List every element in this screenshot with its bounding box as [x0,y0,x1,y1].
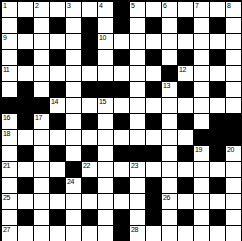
black-cell [18,210,33,225]
clue-number: 5 [131,2,134,10]
white-cell[interactable] [66,226,81,241]
white-cell[interactable] [130,98,145,113]
white-cell[interactable] [162,226,177,241]
white-cell[interactable] [194,194,209,209]
black-cell [82,50,97,65]
white-cell[interactable] [178,34,193,49]
white-cell[interactable]: 26 [162,194,177,209]
white-cell[interactable] [114,162,129,177]
white-cell[interactable] [34,194,49,209]
black-cell [50,178,65,193]
white-cell[interactable] [34,66,49,81]
white-cell[interactable] [130,82,145,97]
white-cell[interactable] [226,50,241,65]
black-cell [114,178,129,193]
white-cell[interactable] [130,130,145,145]
black-cell [114,226,129,241]
white-cell[interactable] [98,146,113,161]
clue-number: 19 [195,146,202,154]
white-cell[interactable] [146,226,161,241]
clue-number: 23 [131,162,138,170]
white-cell[interactable] [146,34,161,49]
white-cell[interactable] [162,114,177,129]
white-cell[interactable]: 22 [82,162,97,177]
white-cell[interactable]: 12 [178,66,193,81]
black-cell [178,50,193,65]
white-cell[interactable] [34,178,49,193]
white-cell[interactable] [82,98,97,113]
white-cell[interactable] [226,18,241,33]
white-cell[interactable] [34,34,49,49]
white-cell[interactable] [194,210,209,225]
clue-number: 12 [179,66,186,74]
clue-number: 4 [99,2,102,10]
white-cell[interactable] [130,18,145,33]
white-cell[interactable] [82,2,97,17]
white-cell[interactable] [18,162,33,177]
white-cell[interactable] [66,34,81,49]
black-cell [114,210,129,225]
black-cell [50,146,65,161]
white-cell[interactable]: 20 [226,146,241,161]
white-cell[interactable] [226,210,241,225]
white-cell[interactable] [130,210,145,225]
white-cell[interactable] [210,2,225,17]
white-cell[interactable] [194,34,209,49]
white-cell[interactable] [162,162,177,177]
white-cell[interactable] [2,82,17,97]
white-cell[interactable] [210,194,225,209]
white-cell[interactable] [50,162,65,177]
white-cell[interactable] [146,2,161,17]
white-cell[interactable] [98,66,113,81]
black-cell [82,146,97,161]
white-cell[interactable] [18,130,33,145]
white-cell[interactable] [34,210,49,225]
white-cell[interactable]: 15 [98,98,113,113]
black-cell [82,82,97,97]
white-cell[interactable] [226,66,241,81]
white-cell[interactable] [98,114,113,129]
clue-number: 11 [3,66,9,74]
white-cell[interactable] [50,34,65,49]
white-cell[interactable] [98,50,113,65]
black-cell [114,50,129,65]
clue-number: 27 [3,226,10,234]
white-cell[interactable]: 19 [194,146,209,161]
white-cell[interactable]: 24 [66,178,81,193]
white-cell[interactable]: 28 [130,226,145,241]
white-cell[interactable] [210,162,225,177]
white-cell[interactable] [18,2,33,17]
white-cell[interactable] [66,194,81,209]
white-cell[interactable] [178,2,193,17]
black-cell [50,18,65,33]
white-cell[interactable] [194,82,209,97]
black-cell [178,146,193,161]
white-cell[interactable]: 17 [34,114,49,129]
white-cell[interactable]: 27 [2,226,17,241]
white-cell[interactable]: 14 [50,98,65,113]
white-cell[interactable] [34,82,49,97]
white-cell[interactable] [130,178,145,193]
black-cell [50,114,65,129]
black-cell [50,50,65,65]
white-cell[interactable] [194,18,209,33]
clue-number: 21 [3,162,10,170]
white-cell[interactable] [210,98,225,113]
white-cell[interactable]: 21 [2,162,17,177]
white-cell[interactable] [50,2,65,17]
white-cell[interactable] [146,66,161,81]
white-cell[interactable]: 3 [66,2,81,17]
white-cell[interactable] [98,178,113,193]
clue-number: 9 [3,34,6,42]
black-cell [82,34,97,49]
white-cell[interactable] [98,162,113,177]
white-cell[interactable] [178,162,193,177]
white-cell[interactable] [194,226,209,241]
white-cell[interactable]: 18 [2,130,17,145]
white-cell[interactable] [210,66,225,81]
white-cell[interactable] [162,210,177,225]
black-cell [146,18,161,33]
clue-number: 25 [3,194,10,202]
white-cell[interactable]: 11 [2,66,17,81]
clue-number: 7 [195,2,198,10]
black-cell [146,50,161,65]
white-cell[interactable] [98,210,113,225]
black-cell [146,178,161,193]
white-cell[interactable] [66,18,81,33]
black-cell [2,98,17,113]
black-cell [210,50,225,65]
black-cell [178,18,193,33]
white-cell[interactable]: 4 [98,2,113,17]
white-cell[interactable] [178,194,193,209]
white-cell[interactable] [146,130,161,145]
clue-number: 24 [67,178,74,186]
clue-number: 6 [163,2,166,10]
black-cell [178,82,193,97]
black-cell [130,146,145,161]
white-cell[interactable] [162,130,177,145]
white-cell[interactable] [130,66,145,81]
white-cell[interactable] [178,130,193,145]
white-cell[interactable] [114,98,129,113]
white-cell[interactable] [82,226,97,241]
white-cell[interactable] [50,66,65,81]
white-cell[interactable] [226,194,241,209]
black-cell [226,130,241,145]
white-cell[interactable] [2,50,17,65]
clue-number: 26 [163,194,170,202]
black-cell [146,82,161,97]
white-cell[interactable] [98,130,113,145]
white-cell[interactable] [66,50,81,65]
white-cell[interactable] [194,66,209,81]
black-cell [146,194,161,209]
white-cell[interactable] [98,194,113,209]
white-cell[interactable] [226,34,241,49]
black-cell [18,146,33,161]
crossword-grid: 1234567891011121314151617181920212223242… [0,0,242,241]
black-cell [178,114,193,129]
black-cell [226,114,241,129]
white-cell[interactable] [162,178,177,193]
clue-number: 28 [131,226,138,234]
white-cell[interactable]: 9 [2,34,17,49]
white-cell[interactable] [34,226,49,241]
clue-number: 22 [83,162,90,170]
white-cell[interactable]: 6 [162,2,177,17]
white-cell[interactable] [34,18,49,33]
clue-number: 18 [3,130,10,138]
white-cell[interactable] [162,50,177,65]
white-cell[interactable] [226,82,241,97]
white-cell[interactable] [98,226,113,241]
black-cell [210,18,225,33]
clue-number: 16 [3,114,10,122]
black-cell [18,114,33,129]
white-cell[interactable] [194,98,209,113]
black-cell [210,146,225,161]
white-cell[interactable] [162,98,177,113]
black-cell [18,98,33,113]
white-cell[interactable] [18,34,33,49]
white-cell[interactable] [130,194,145,209]
black-cell [114,82,129,97]
white-cell[interactable] [178,226,193,241]
black-cell [82,210,97,225]
white-cell[interactable] [18,226,33,241]
black-cell [114,2,129,17]
white-cell[interactable]: 5 [130,2,145,17]
white-cell[interactable] [2,210,17,225]
white-cell[interactable]: 8 [226,2,241,17]
white-cell[interactable] [50,194,65,209]
white-cell[interactable] [194,162,209,177]
white-cell[interactable] [82,66,97,81]
white-cell[interactable] [66,130,81,145]
white-cell[interactable] [82,194,97,209]
white-cell[interactable] [130,114,145,129]
white-cell[interactable] [146,98,161,113]
white-cell[interactable] [226,162,241,177]
clue-number: 10 [99,34,106,42]
clue-number: 8 [227,2,230,10]
white-cell[interactable] [114,66,129,81]
black-cell [18,178,33,193]
black-cell [162,66,177,81]
white-cell[interactable] [66,98,81,113]
clue-number: 20 [227,146,234,154]
white-cell[interactable] [146,162,161,177]
black-cell [82,114,97,129]
white-cell[interactable] [130,50,145,65]
black-cell [114,114,129,129]
white-cell[interactable] [34,50,49,65]
white-cell[interactable] [226,178,241,193]
black-cell [210,130,225,145]
black-cell [98,82,113,97]
black-cell [82,178,97,193]
black-cell [18,82,33,97]
black-cell [210,178,225,193]
white-cell[interactable] [210,34,225,49]
white-cell[interactable] [114,130,129,145]
black-cell [178,178,193,193]
white-cell[interactable] [34,146,49,161]
black-cell [66,162,81,177]
white-cell[interactable]: 25 [2,194,17,209]
white-cell[interactable] [34,130,49,145]
white-cell[interactable] [226,98,241,113]
white-cell[interactable] [162,146,177,161]
black-cell [210,210,225,225]
white-cell[interactable]: 13 [162,82,177,97]
clue-number: 13 [163,82,170,90]
white-cell[interactable] [114,34,129,49]
white-cell[interactable] [50,226,65,241]
black-cell [18,50,33,65]
clue-number: 2 [35,2,38,10]
white-cell[interactable]: 2 [34,2,49,17]
white-cell[interactable] [210,226,225,241]
white-cell[interactable] [66,66,81,81]
black-cell [210,114,225,129]
white-cell[interactable]: 16 [2,114,17,129]
white-cell[interactable] [178,98,193,113]
black-cell [50,82,65,97]
white-cell[interactable] [162,34,177,49]
white-cell[interactable] [82,130,97,145]
clue-number: 1 [3,2,6,10]
white-cell[interactable] [114,194,129,209]
white-cell[interactable] [18,66,33,81]
white-cell[interactable] [66,210,81,225]
black-cell [146,146,161,161]
clue-number: 17 [35,114,42,122]
white-cell[interactable]: 7 [194,2,209,17]
white-cell[interactable] [34,162,49,177]
black-cell [146,210,161,225]
white-cell[interactable] [2,146,17,161]
white-cell[interactable]: 10 [98,34,113,49]
clue-number: 14 [51,98,58,106]
black-cell [114,146,129,161]
white-cell[interactable] [2,178,17,193]
black-cell [178,210,193,225]
black-cell [146,114,161,129]
black-cell [114,18,129,33]
white-cell[interactable] [66,82,81,97]
white-cell[interactable] [2,18,17,33]
black-cell [194,130,209,145]
white-cell[interactable] [18,194,33,209]
black-cell [50,210,65,225]
white-cell[interactable] [194,50,209,65]
white-cell[interactable] [226,226,241,241]
white-cell[interactable] [130,34,145,49]
black-cell [82,18,97,33]
white-cell[interactable] [50,130,65,145]
white-cell[interactable]: 23 [130,162,145,177]
white-cell[interactable] [66,146,81,161]
white-cell[interactable] [66,114,81,129]
black-cell [34,98,49,113]
white-cell[interactable] [194,178,209,193]
clue-number: 3 [67,2,70,10]
white-cell[interactable] [162,18,177,33]
white-cell[interactable] [194,114,209,129]
black-cell [210,82,225,97]
black-cell [18,18,33,33]
white-cell[interactable]: 1 [2,2,17,17]
clue-number: 15 [99,98,106,106]
white-cell[interactable] [98,18,113,33]
